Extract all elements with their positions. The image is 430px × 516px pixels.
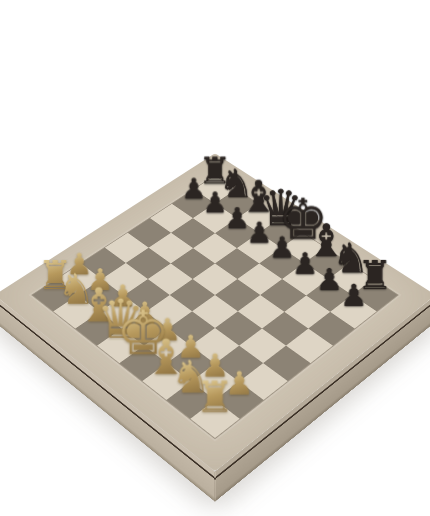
piece-black-pawn[interactable]: ♟ (323, 281, 384, 311)
white-rook-glyph: ♜ (182, 375, 247, 418)
chess-set-photo: ♜♞♝♛♚♝♞♜♟♟♟♟♟♟♟♟♟♟♟♟♟♟♟♟♜♞♝♛♚♝♞♜ (0, 0, 430, 516)
black-pawn-glyph: ♟ (323, 281, 384, 311)
chess-box: ♜♞♝♛♚♝♞♜♟♟♟♟♟♟♟♟♟♟♟♟♟♟♟♟♜♞♝♛♚♝♞♜ (0, 153, 430, 471)
piece-white-rook[interactable]: ♜ (182, 375, 247, 418)
